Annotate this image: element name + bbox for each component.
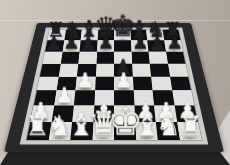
square-d1: ♛ xyxy=(92,122,114,140)
square-c2 xyxy=(72,106,94,122)
square-a6 xyxy=(43,52,63,64)
square-a4 xyxy=(37,77,58,91)
square-e8: ♚ xyxy=(114,30,131,40)
square-h7: ♟ xyxy=(164,40,183,51)
wall-table-seam xyxy=(0,20,230,21)
board-frame: ♜♞♝♛♚♝♞♜♟♟♟♟♟♟♟♟♟♟♟♟♟♟♟♟♜♞♝♛♚♝♞♜ xyxy=(4,23,224,152)
square-c5 xyxy=(77,64,96,77)
piece-shadow xyxy=(95,136,112,140)
piece-white-knight-b1: ♞ xyxy=(43,112,76,140)
square-d8: ♛ xyxy=(97,30,114,40)
square-c1: ♝ xyxy=(70,122,93,140)
square-f5 xyxy=(132,64,151,77)
square-b7: ♟ xyxy=(62,40,80,51)
square-b6 xyxy=(60,52,79,64)
square-f8: ♝ xyxy=(130,30,147,40)
square-c6 xyxy=(78,52,96,64)
piece-shadow xyxy=(73,136,90,140)
square-b3: ♟ xyxy=(54,91,76,106)
square-d2: ♟ xyxy=(93,106,114,122)
square-f1: ♝ xyxy=(135,122,158,140)
piece-white-pawn-g2: ♟ xyxy=(150,100,182,122)
square-d5 xyxy=(95,64,114,77)
square-a2: ♟ xyxy=(30,106,54,122)
piece-shadow xyxy=(29,136,46,140)
piece-white-pawn-h2: ♟ xyxy=(171,100,203,122)
square-c7: ♟ xyxy=(80,40,98,51)
square-f2: ♟ xyxy=(134,106,156,122)
square-e1: ♚ xyxy=(114,122,136,140)
square-d4 xyxy=(95,77,114,91)
square-c8: ♝ xyxy=(81,30,98,40)
piece-shadow xyxy=(182,136,199,140)
square-b4 xyxy=(56,77,77,91)
piece-shadow xyxy=(117,136,134,140)
chess-board-3d: ♜♞♝♛♚♝♞♜♟♟♟♟♟♟♟♟♟♟♟♟♟♟♟♟♜♞♝♛♚♝♞♜ xyxy=(4,23,224,152)
square-d3 xyxy=(94,91,114,106)
square-e5: ♟ xyxy=(114,64,133,77)
piece-shadow xyxy=(51,136,68,140)
square-h8: ♜ xyxy=(162,30,180,40)
square-b8: ♞ xyxy=(64,30,82,40)
piece-shadow xyxy=(160,136,177,140)
square-b5 xyxy=(58,64,78,77)
square-b2 xyxy=(51,106,74,122)
piece-white-pawn-a2: ♟ xyxy=(25,100,57,122)
square-e7 xyxy=(114,40,131,51)
square-a3 xyxy=(34,91,56,106)
board-frame-front xyxy=(0,150,230,165)
square-h1: ♜ xyxy=(177,122,202,140)
square-h4 xyxy=(170,77,191,91)
square-h3 xyxy=(172,91,194,106)
board-margin: ♜♞♝♛♚♝♞♜♟♟♟♟♟♟♟♟♟♟♟♟♟♟♟♟♜♞♝♛♚♝♞♜ xyxy=(20,27,209,144)
square-f7: ♟ xyxy=(131,40,149,51)
square-c3 xyxy=(74,91,95,106)
square-a5 xyxy=(40,64,61,77)
piece-shadow xyxy=(138,136,155,140)
piece-white-pawn-d2: ♟ xyxy=(88,100,120,122)
square-g6 xyxy=(148,52,167,64)
square-h6 xyxy=(166,52,186,64)
square-a7: ♟ xyxy=(45,40,64,51)
square-c4: ♟ xyxy=(75,77,95,91)
square-d7: ♟ xyxy=(97,40,114,51)
square-e4: ♟ xyxy=(114,77,133,91)
square-e2 xyxy=(114,106,135,122)
square-f4 xyxy=(133,77,153,91)
piece-white-pawn-f2: ♟ xyxy=(129,100,161,122)
square-g7: ♟ xyxy=(147,40,165,51)
square-g3 xyxy=(153,91,175,106)
square-g8: ♞ xyxy=(146,30,164,40)
square-h5 xyxy=(168,64,189,77)
square-g1: ♞ xyxy=(156,122,180,140)
square-g4 xyxy=(151,77,172,91)
square-d6 xyxy=(96,52,114,64)
chess-board: ♜♞♝♛♚♝♞♜♟♟♟♟♟♟♟♟♟♟♟♟♟♟♟♟♜♞♝♛♚♝♞♜ xyxy=(26,30,201,140)
square-g2: ♟ xyxy=(154,106,177,122)
piece-white-knight-g1: ♞ xyxy=(152,112,185,140)
square-e6 xyxy=(114,52,132,64)
square-f6 xyxy=(131,52,149,64)
square-g5 xyxy=(150,64,170,77)
square-e3 xyxy=(114,91,134,106)
square-h2: ♟ xyxy=(174,106,198,122)
square-f3 xyxy=(133,91,154,106)
square-b1: ♞ xyxy=(48,122,72,140)
square-a8: ♜ xyxy=(47,30,65,40)
square-a1: ♜ xyxy=(26,122,51,140)
